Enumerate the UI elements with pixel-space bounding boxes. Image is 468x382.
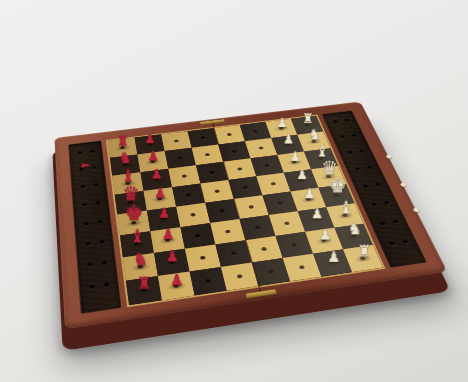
tray-peg-hole xyxy=(78,151,83,154)
tray-peg-hole xyxy=(102,260,108,264)
tray-peg-hole xyxy=(402,239,408,243)
tray-peg-hole xyxy=(79,167,84,170)
tray-peg-hole xyxy=(393,219,399,223)
tray-peg-hole xyxy=(97,219,102,223)
tray-peg-hole xyxy=(333,120,338,123)
ivory-stud xyxy=(386,154,393,158)
tray-peg-hole xyxy=(380,221,386,225)
tray-peg-hole xyxy=(375,183,381,187)
tray-peg-hole xyxy=(352,133,357,136)
tray-peg-hole xyxy=(85,241,90,245)
tray-peg-hole xyxy=(344,118,349,121)
tray-peg-hole xyxy=(82,202,87,206)
tray-peg-hole xyxy=(371,202,377,206)
tray-peg-hole xyxy=(347,151,353,154)
chess-box: ♟ ♜♞♝♛♚♝♞♜♟♟♟♟♟♟♟♟♟♟♟♟♟♟♟♟♜♞♝♛♚♝♞♜ xyxy=(54,101,447,329)
tray-peg-hole xyxy=(87,262,92,266)
tray-peg-hole xyxy=(95,201,100,205)
ivory-stud xyxy=(413,207,420,212)
tray-peg-hole xyxy=(89,284,95,289)
tray-peg-hole xyxy=(84,221,89,225)
ivory-stud xyxy=(400,182,407,186)
tray-peg-hole xyxy=(81,184,86,188)
scene: ♟ ♜♞♝♛♚♝♞♜♟♟♟♟♟♟♟♟♟♟♟♟♟♟♟♟♜♞♝♛♚♝♞♜ xyxy=(0,0,468,382)
tray-peg-hole xyxy=(90,149,95,152)
tray-peg-hole xyxy=(99,239,104,243)
tray-peg-hole xyxy=(384,200,390,204)
tray-peg-hole xyxy=(359,149,365,152)
tray-peg-hole xyxy=(340,135,345,138)
tray-peg-hole xyxy=(389,241,395,245)
tray-peg-hole xyxy=(94,183,99,187)
tray-peg-hole xyxy=(355,167,361,170)
tray-peg-hole xyxy=(363,184,369,188)
tray-peg-hole xyxy=(104,282,110,287)
tray-peg-hole xyxy=(367,165,373,168)
tray-peg-hole xyxy=(92,166,97,169)
